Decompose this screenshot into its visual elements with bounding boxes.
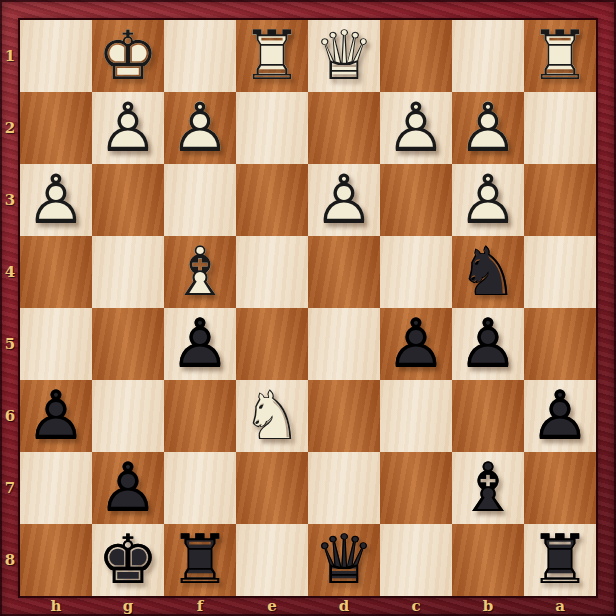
rank-labels: 12345678 (0, 20, 20, 596)
black-pawn-outline-glyph: ♙ (98, 452, 159, 524)
square-h3[interactable]: ♟♙ (20, 164, 92, 236)
square-b4[interactable]: ♞♘ (452, 236, 524, 308)
white-knight[interactable]: ♞♘ (236, 380, 308, 452)
square-d7[interactable] (308, 452, 380, 524)
square-g6[interactable] (92, 380, 164, 452)
square-h1[interactable] (20, 20, 92, 92)
square-h7[interactable] (20, 452, 92, 524)
square-g4[interactable] (92, 236, 164, 308)
square-e8[interactable] (236, 524, 308, 596)
white-rook[interactable]: ♜♖ (524, 20, 596, 92)
square-f7[interactable] (164, 452, 236, 524)
black-pawn[interactable]: ♟♙ (524, 380, 596, 452)
white-pawn[interactable]: ♟♙ (308, 164, 380, 236)
square-f1[interactable] (164, 20, 236, 92)
white-king[interactable]: ♚♔ (92, 20, 164, 92)
file-label-b: b (452, 596, 524, 616)
square-a2[interactable] (524, 92, 596, 164)
square-f6[interactable] (164, 380, 236, 452)
black-knight[interactable]: ♞♘ (452, 236, 524, 308)
square-a5[interactable] (524, 308, 596, 380)
square-b8[interactable] (452, 524, 524, 596)
square-a3[interactable] (524, 164, 596, 236)
black-rook[interactable]: ♜♖ (524, 524, 596, 596)
square-g5[interactable] (92, 308, 164, 380)
chess-board: ♚♔♜♖♛♕♜♖♟♙♟♙♟♙♟♙♟♙♟♙♟♙♝♗♞♘♟♙♟♙♟♙♟♙♞♘♟♙♟♙… (20, 20, 596, 596)
black-pawn[interactable]: ♟♙ (380, 308, 452, 380)
black-king-outline-glyph: ♔ (98, 524, 159, 596)
file-labels: hgfedcba (20, 596, 596, 616)
chess-board-frame: ♚♔♜♖♛♕♜♖♟♙♟♙♟♙♟♙♟♙♟♙♟♙♝♗♞♘♟♙♟♙♟♙♟♙♞♘♟♙♟♙… (0, 0, 616, 616)
rank-label-8: 8 (0, 524, 20, 596)
white-pawn[interactable]: ♟♙ (380, 92, 452, 164)
square-f5[interactable]: ♟♙ (164, 308, 236, 380)
black-pawn[interactable]: ♟♙ (452, 308, 524, 380)
square-h2[interactable] (20, 92, 92, 164)
square-c3[interactable] (380, 164, 452, 236)
white-pawn[interactable]: ♟♙ (452, 164, 524, 236)
square-e7[interactable] (236, 452, 308, 524)
rank-label-2: 2 (0, 92, 20, 164)
file-label-g: g (92, 596, 164, 616)
square-b5[interactable]: ♟♙ (452, 308, 524, 380)
square-c2[interactable]: ♟♙ (380, 92, 452, 164)
square-c4[interactable] (380, 236, 452, 308)
black-pawn-outline-glyph: ♙ (170, 308, 231, 380)
square-e5[interactable] (236, 308, 308, 380)
square-a8[interactable]: ♜♖ (524, 524, 596, 596)
square-c7[interactable] (380, 452, 452, 524)
white-pawn[interactable]: ♟♙ (452, 92, 524, 164)
white-queen[interactable]: ♛♕ (308, 20, 380, 92)
rank-label-4: 4 (0, 236, 20, 308)
square-g1[interactable]: ♚♔ (92, 20, 164, 92)
square-c6[interactable] (380, 380, 452, 452)
rank-label-3: 3 (0, 164, 20, 236)
file-label-f: f (164, 596, 236, 616)
file-label-h: h (20, 596, 92, 616)
square-f2[interactable]: ♟♙ (164, 92, 236, 164)
square-b6[interactable] (452, 380, 524, 452)
square-c5[interactable]: ♟♙ (380, 308, 452, 380)
square-b2[interactable]: ♟♙ (452, 92, 524, 164)
square-g8[interactable]: ♚♔ (92, 524, 164, 596)
square-h4[interactable] (20, 236, 92, 308)
square-b7[interactable]: ♝♗ (452, 452, 524, 524)
white-rook-outline-glyph: ♖ (530, 20, 591, 92)
black-queen[interactable]: ♛♕ (308, 524, 380, 596)
white-pawn-outline-glyph: ♙ (170, 92, 231, 164)
black-pawn-outline-glyph: ♙ (26, 380, 87, 452)
white-pawn-outline-glyph: ♙ (458, 164, 519, 236)
square-d3[interactable]: ♟♙ (308, 164, 380, 236)
white-pawn-outline-glyph: ♙ (98, 92, 159, 164)
square-c1[interactable] (380, 20, 452, 92)
square-h5[interactable] (20, 308, 92, 380)
white-bishop-outline-glyph: ♗ (170, 236, 231, 308)
black-rook[interactable]: ♜♖ (164, 524, 236, 596)
square-e1[interactable]: ♜♖ (236, 20, 308, 92)
square-c8[interactable] (380, 524, 452, 596)
black-pawn[interactable]: ♟♙ (164, 308, 236, 380)
black-bishop-outline-glyph: ♗ (458, 452, 519, 524)
black-queen-outline-glyph: ♕ (314, 524, 375, 596)
black-king[interactable]: ♚♔ (92, 524, 164, 596)
square-a7[interactable] (524, 452, 596, 524)
square-f3[interactable] (164, 164, 236, 236)
square-a4[interactable] (524, 236, 596, 308)
white-rook-outline-glyph: ♖ (242, 20, 303, 92)
square-h6[interactable]: ♟♙ (20, 380, 92, 452)
square-e6[interactable]: ♞♘ (236, 380, 308, 452)
square-b3[interactable]: ♟♙ (452, 164, 524, 236)
square-b1[interactable] (452, 20, 524, 92)
black-pawn[interactable]: ♟♙ (20, 380, 92, 452)
white-king-outline-glyph: ♔ (98, 20, 159, 92)
square-g7[interactable]: ♟♙ (92, 452, 164, 524)
file-label-d: d (308, 596, 380, 616)
white-pawn-outline-glyph: ♙ (26, 164, 87, 236)
square-d5[interactable] (308, 308, 380, 380)
white-pawn-outline-glyph: ♙ (458, 92, 519, 164)
white-pawn[interactable]: ♟♙ (20, 164, 92, 236)
square-f8[interactable]: ♜♖ (164, 524, 236, 596)
rank-label-6: 6 (0, 380, 20, 452)
black-knight-outline-glyph: ♘ (458, 236, 519, 308)
black-rook-outline-glyph: ♖ (530, 524, 591, 596)
square-a6[interactable]: ♟♙ (524, 380, 596, 452)
white-pawn[interactable]: ♟♙ (164, 92, 236, 164)
square-e4[interactable] (236, 236, 308, 308)
white-knight-outline-glyph: ♘ (242, 380, 303, 452)
square-a1[interactable]: ♜♖ (524, 20, 596, 92)
black-pawn-outline-glyph: ♙ (458, 308, 519, 380)
square-d8[interactable]: ♛♕ (308, 524, 380, 596)
white-bishop[interactable]: ♝♗ (164, 236, 236, 308)
black-pawn-outline-glyph: ♙ (386, 308, 447, 380)
square-e2[interactable] (236, 92, 308, 164)
square-d6[interactable] (308, 380, 380, 452)
square-g3[interactable] (92, 164, 164, 236)
square-d1[interactable]: ♛♕ (308, 20, 380, 92)
file-label-e: e (236, 596, 308, 616)
black-pawn[interactable]: ♟♙ (92, 452, 164, 524)
square-h8[interactable] (20, 524, 92, 596)
file-label-c: c (380, 596, 452, 616)
white-pawn-outline-glyph: ♙ (386, 92, 447, 164)
white-pawn[interactable]: ♟♙ (92, 92, 164, 164)
black-rook-outline-glyph: ♖ (170, 524, 231, 596)
square-e3[interactable] (236, 164, 308, 236)
black-pawn-outline-glyph: ♙ (530, 380, 591, 452)
white-queen-outline-glyph: ♕ (314, 20, 375, 92)
square-d4[interactable] (308, 236, 380, 308)
square-g2[interactable]: ♟♙ (92, 92, 164, 164)
square-f4[interactable]: ♝♗ (164, 236, 236, 308)
file-label-a: a (524, 596, 596, 616)
rank-label-1: 1 (0, 20, 20, 92)
rank-label-5: 5 (0, 308, 20, 380)
white-rook[interactable]: ♜♖ (236, 20, 308, 92)
black-bishop[interactable]: ♝♗ (452, 452, 524, 524)
square-d2[interactable] (308, 92, 380, 164)
white-pawn-outline-glyph: ♙ (314, 164, 375, 236)
rank-label-7: 7 (0, 452, 20, 524)
